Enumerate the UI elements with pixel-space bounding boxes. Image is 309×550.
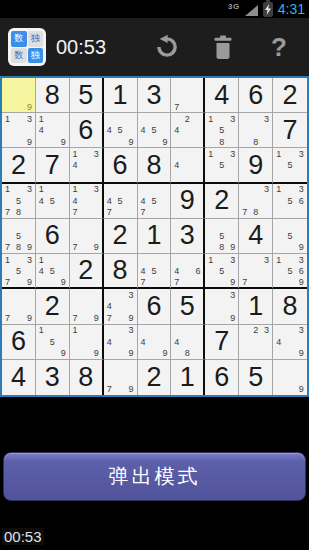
pencil-marks: 38 (239, 113, 272, 147)
cell-value: 2 (36, 289, 69, 323)
pencil-marks: 13578 (2, 184, 35, 218)
cell-value: 8 (36, 78, 69, 112)
cell-r7c6[interactable]: 5 (171, 289, 205, 324)
cell-value: 6 (104, 148, 137, 181)
cell-value: 1 (104, 78, 137, 112)
cell-r8c5[interactable]: 49 (138, 325, 172, 360)
cell-r4c4[interactable]: 457 (104, 184, 138, 219)
cell-r2c2[interactable]: 149 (36, 113, 70, 148)
cell-value: 6 (205, 360, 238, 395)
pencil-marks: 19 (70, 325, 102, 359)
clear-cell-button[interactable] (209, 31, 237, 63)
cell-r7c1[interactable]: 79 (2, 289, 36, 324)
cell-value: 1 (239, 289, 272, 323)
status-clock: 4:31 (278, 1, 305, 17)
cell-value: 2 (2, 148, 35, 181)
app-logo-icon: 数 独 数 独 (8, 28, 46, 66)
cell-r7c7[interactable]: 39 (205, 289, 239, 324)
pencil-marks: 79 (70, 219, 102, 253)
cell-r9c2[interactable]: 3 (36, 360, 70, 395)
sudoku-app-screen: 3G 4:31 数 独 数 独 00:53 (0, 0, 309, 550)
bottom-timer: 00:53 (2, 528, 44, 545)
signal-strength-icon (245, 5, 258, 16)
cell-r8c2[interactable]: 159 (36, 325, 70, 360)
cell-r8c6[interactable]: 48 (171, 325, 205, 360)
cell-r5c9[interactable]: 59 (273, 219, 307, 254)
cell-r5c2[interactable]: 6 (36, 219, 70, 254)
cell-r9c8[interactable]: 5 (239, 360, 273, 395)
cell-r9c5[interactable]: 2 (138, 360, 172, 395)
pencil-marks: 135 (273, 148, 307, 181)
cell-r8c1[interactable]: 6 (2, 325, 36, 360)
cell-r6c1[interactable]: 13579 (2, 254, 36, 289)
cell-r1c1[interactable]: 9 (2, 78, 36, 113)
cell-value: 4 (239, 219, 272, 253)
popup-mode-button[interactable]: 弹出模式 (3, 452, 306, 501)
pencil-marks: 459 (104, 113, 137, 147)
cell-r2c9[interactable]: 7 (273, 113, 307, 148)
pencil-marks: 37 (239, 254, 272, 287)
cell-value: 2 (104, 219, 137, 253)
cell-value: 1 (138, 219, 171, 253)
cell-r9c3[interactable]: 8 (70, 360, 104, 395)
pencil-marks: 39 (205, 289, 238, 323)
cell-value: 4 (2, 360, 35, 395)
cell-r2c7[interactable]: 1358 (205, 113, 239, 148)
cell-r8c4[interactable]: 349 (104, 325, 138, 360)
pencil-marks: 457 (138, 184, 171, 218)
pencil-marks: 3479 (104, 289, 137, 323)
cell-r1c3[interactable]: 5 (70, 78, 104, 113)
cell-r1c7[interactable]: 4 (205, 78, 239, 113)
cell-r3c2[interactable]: 7 (36, 148, 70, 183)
cell-value: 7 (273, 113, 307, 147)
cell-r3c7[interactable]: 135 (205, 148, 239, 183)
cell-r1c5[interactable]: 3 (138, 78, 172, 113)
pencil-marks: 135 (205, 148, 238, 181)
cell-value: 3 (138, 78, 171, 112)
cell-r1c2[interactable]: 8 (36, 78, 70, 113)
cell-value: 5 (171, 289, 203, 323)
cell-r2c1[interactable]: 139 (2, 113, 36, 148)
cell-value: 4 (205, 78, 238, 112)
cell-r8c8[interactable]: 23 (239, 325, 273, 360)
cell-r7c2[interactable]: 2 (36, 289, 70, 324)
cell-r3c1[interactable]: 2 (2, 148, 36, 183)
cell-r6c3[interactable]: 2 (70, 254, 104, 289)
cell-value: 8 (70, 360, 102, 395)
app-logo-quadrant: 独 (28, 31, 44, 47)
cell-r3c4[interactable]: 6 (104, 148, 138, 183)
pencil-marks: 589 (205, 219, 238, 253)
cell-value: 9 (171, 184, 203, 218)
cell-r4c7[interactable]: 2 (205, 184, 239, 219)
cell-value: 9 (239, 148, 272, 181)
pencil-marks: 457 (138, 254, 171, 287)
pencil-marks: 5789 (2, 219, 35, 253)
cell-r3c9[interactable]: 135 (273, 148, 307, 183)
cell-r4c2[interactable]: 145 (36, 184, 70, 219)
cell-r7c9[interactable]: 8 (273, 289, 307, 324)
cell-value: 2 (138, 360, 171, 395)
cell-value: 8 (273, 289, 307, 323)
pencil-marks: 79 (70, 289, 102, 323)
cell-r1c8[interactable]: 6 (239, 78, 273, 113)
sudoku-board: 9851374621391496459459241358387271346841… (0, 76, 309, 397)
network-type-label: 3G (228, 2, 240, 11)
pencil-marks: 139 (2, 113, 35, 147)
cell-value: 8 (138, 148, 171, 181)
cell-r6c7[interactable]: 1359 (205, 254, 239, 289)
cell-r2c3[interactable]: 6 (70, 113, 104, 148)
undo-icon (154, 34, 180, 60)
app-logo-quadrant: 数 (11, 31, 27, 47)
cell-value: 6 (70, 113, 102, 147)
cell-r5c8[interactable]: 4 (239, 219, 273, 254)
pencil-marks: 9 (273, 360, 307, 395)
pencil-marks: 48 (171, 325, 203, 359)
cell-r6c2[interactable]: 1459 (36, 254, 70, 289)
pencil-marks: 24 (171, 113, 203, 147)
pencil-marks: 59 (273, 219, 307, 253)
pencil-marks: 1356 (273, 184, 307, 218)
pencil-marks: 349 (273, 325, 307, 359)
cell-r8c3[interactable]: 19 (70, 325, 104, 360)
cell-r4c6[interactable]: 9 (171, 184, 205, 219)
cell-r7c8[interactable]: 1 (239, 289, 273, 324)
cell-r4c1[interactable]: 13578 (2, 184, 36, 219)
cell-r8c7[interactable]: 7 (205, 325, 239, 360)
cell-r3c5[interactable]: 8 (138, 148, 172, 183)
cell-r7c4[interactable]: 3479 (104, 289, 138, 324)
cell-r6c6[interactable]: 467 (171, 254, 205, 289)
cell-value: 5 (70, 78, 102, 112)
cell-value: 1 (171, 360, 203, 395)
cell-r5c6[interactable]: 3 (171, 219, 205, 254)
cell-r6c5[interactable]: 457 (138, 254, 172, 289)
pencil-marks: 459 (138, 113, 171, 147)
cell-value: 5 (239, 360, 272, 395)
cell-value: 2 (70, 254, 102, 287)
cell-r9c9[interactable]: 9 (273, 360, 307, 395)
pencil-marks: 49 (138, 325, 171, 359)
game-timer: 00:53 (56, 36, 153, 59)
cell-r9c4[interactable]: 79 (104, 360, 138, 395)
app-logo-quadrant: 数 (11, 48, 27, 64)
pencil-marks: 159 (36, 325, 69, 359)
cell-r3c8[interactable]: 9 (239, 148, 273, 183)
cell-r4c8[interactable]: 378 (239, 184, 273, 219)
cell-value: 7 (36, 148, 69, 181)
trash-icon (212, 35, 234, 60)
pencil-marks: 4 (171, 148, 203, 181)
cell-r5c4[interactable]: 2 (104, 219, 138, 254)
cell-r6c8[interactable]: 37 (239, 254, 273, 289)
cell-value: 3 (36, 360, 69, 395)
cell-r9c7[interactable]: 6 (205, 360, 239, 395)
cell-r3c3[interactable]: 134 (70, 148, 104, 183)
pencil-marks: 9 (2, 78, 35, 112)
help-icon: ? (271, 32, 287, 63)
pencil-marks: 145 (36, 184, 69, 218)
cell-value: 7 (205, 325, 238, 359)
status-bar: 3G 4:31 (0, 0, 309, 18)
pencil-marks: 79 (104, 360, 137, 395)
cell-value: 3 (171, 219, 203, 253)
cell-r9c1[interactable]: 4 (2, 360, 36, 395)
cell-r5c1[interactable]: 5789 (2, 219, 36, 254)
help-button[interactable]: ? (265, 31, 293, 63)
pencil-marks: 1459 (36, 254, 69, 287)
cell-r1c6[interactable]: 7 (171, 78, 205, 113)
action-bar: 数 独 数 独 00:53 ? (0, 18, 309, 76)
pencil-marks: 378 (239, 184, 272, 218)
cell-value: 6 (2, 325, 35, 359)
pencil-marks: 1359 (205, 254, 238, 287)
pencil-marks: 13579 (2, 254, 35, 287)
cell-r4c9[interactable]: 1356 (273, 184, 307, 219)
cell-r7c5[interactable]: 6 (138, 289, 172, 324)
cell-value: 6 (239, 78, 272, 112)
cell-r8c9[interactable]: 349 (273, 325, 307, 360)
app-logo-quadrant: 独 (28, 48, 44, 64)
cell-r2c8[interactable]: 38 (239, 113, 273, 148)
cell-r4c3[interactable]: 1347 (70, 184, 104, 219)
cell-value: 2 (205, 184, 238, 218)
cell-r4c5[interactable]: 457 (138, 184, 172, 219)
pencil-marks: 13569 (273, 254, 307, 287)
cell-r5c3[interactable]: 79 (70, 219, 104, 254)
pencil-marks: 149 (36, 113, 69, 147)
cell-value: 2 (273, 78, 307, 112)
cell-r2c4[interactable]: 459 (104, 113, 138, 148)
cell-r3c6[interactable]: 4 (171, 148, 205, 183)
cell-r7c3[interactable]: 79 (70, 289, 104, 324)
cell-r1c9[interactable]: 2 (273, 78, 307, 113)
pencil-marks: 349 (104, 325, 137, 359)
cell-value: 6 (138, 289, 171, 323)
cell-r6c4[interactable]: 8 (104, 254, 138, 289)
pencil-marks: 7 (171, 78, 203, 112)
cell-value: 8 (104, 254, 137, 287)
battery-charging-icon (263, 2, 273, 17)
cell-r5c7[interactable]: 589 (205, 219, 239, 254)
cell-value: 6 (36, 219, 69, 253)
cell-r6c9[interactable]: 13569 (273, 254, 307, 289)
cell-r2c5[interactable]: 459 (138, 113, 172, 148)
pencil-marks: 23 (239, 325, 272, 359)
cell-r2c6[interactable]: 24 (171, 113, 205, 148)
pencil-marks: 467 (171, 254, 203, 287)
pencil-marks: 1347 (70, 184, 102, 218)
pencil-marks: 1358 (205, 113, 238, 147)
cell-r9c6[interactable]: 1 (171, 360, 205, 395)
cell-r1c4[interactable]: 1 (104, 78, 138, 113)
undo-button[interactable] (153, 31, 181, 63)
pencil-marks: 457 (104, 184, 137, 218)
pencil-marks: 79 (2, 289, 35, 323)
cell-r5c5[interactable]: 1 (138, 219, 172, 254)
pencil-marks: 134 (70, 148, 102, 181)
